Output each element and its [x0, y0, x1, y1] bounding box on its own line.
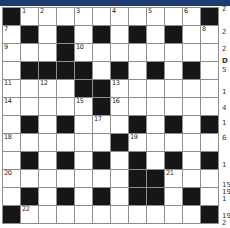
- black-cell-r3c4: [75, 62, 93, 80]
- cell-r9c10[interactable]: [183, 170, 201, 188]
- black-cell-r2c3: [57, 44, 75, 62]
- black-cell-r0c11: [201, 8, 219, 26]
- cell-r10c9[interactable]: [165, 188, 183, 206]
- cell-r7c10[interactable]: [183, 134, 201, 152]
- clue-number-22: 22: [22, 206, 29, 213]
- black-cell-r3c2: [39, 62, 57, 80]
- black-cell-r3c6: [111, 62, 129, 80]
- cell-r11c7[interactable]: [129, 206, 147, 224]
- cell-r3c5[interactable]: [93, 62, 111, 80]
- black-cell-r8c1: [21, 152, 39, 170]
- black-cell-r11c11: [201, 206, 219, 224]
- cell-r5c6[interactable]: 16: [111, 98, 129, 116]
- cell-r4c0[interactable]: 11: [3, 80, 21, 98]
- black-cell-r10c8: [147, 188, 165, 206]
- cell-r3c0[interactable]: [3, 62, 21, 80]
- cell-r8c4[interactable]: [75, 152, 93, 170]
- black-cell-r3c8: [147, 62, 165, 80]
- crossword-grid: 12345678910111213141516171819202122: [2, 7, 219, 224]
- cell-r8c0[interactable]: [3, 152, 21, 170]
- cell-r11c5[interactable]: [93, 206, 111, 224]
- clue-number-19: 19: [130, 134, 137, 141]
- cell-r10c2[interactable]: [39, 188, 57, 206]
- cell-r7c0[interactable]: 18: [3, 134, 21, 152]
- cell-r7c9[interactable]: [165, 134, 183, 152]
- cell-r11c8[interactable]: [147, 206, 165, 224]
- black-cell-r10c3: [57, 188, 75, 206]
- black-cell-r10c10: [183, 188, 201, 206]
- cell-r0c1[interactable]: 1: [21, 8, 39, 26]
- cell-r0c7[interactable]: [129, 8, 147, 26]
- cell-r5c4[interactable]: 15: [75, 98, 93, 116]
- cell-r0c2[interactable]: 2: [39, 8, 57, 26]
- cell-r2c1[interactable]: [21, 44, 39, 62]
- clue-number-5: 5: [148, 8, 152, 15]
- cell-r1c2[interactable]: [39, 26, 57, 44]
- clue-fragment-4: 5: [222, 66, 226, 74]
- cell-r8c6[interactable]: [111, 152, 129, 170]
- clue-number-8: 8: [202, 26, 206, 33]
- black-cell-r1c3: [57, 26, 75, 44]
- cell-r3c7[interactable]: [129, 62, 147, 80]
- cell-r6c2[interactable]: [39, 116, 57, 134]
- black-cell-r10c5: [93, 188, 111, 206]
- black-cell-r1c5: [93, 26, 111, 44]
- cell-r2c8[interactable]: [147, 44, 165, 62]
- cell-r5c11[interactable]: [201, 98, 219, 116]
- cell-r1c8[interactable]: [147, 26, 165, 44]
- cell-r1c0[interactable]: 7: [3, 26, 21, 44]
- cell-r2c9[interactable]: [165, 44, 183, 62]
- cell-r10c0[interactable]: [3, 188, 21, 206]
- cell-r4c3[interactable]: [57, 80, 75, 98]
- clue-number-12: 12: [40, 80, 47, 87]
- cell-r7c2[interactable]: [39, 134, 57, 152]
- top-banner: [0, 0, 230, 6]
- black-cell-r7c6: [111, 134, 129, 152]
- cell-r10c6[interactable]: [111, 188, 129, 206]
- cell-r9c5[interactable]: [93, 170, 111, 188]
- cell-r7c3[interactable]: [57, 134, 75, 152]
- clue-number-20: 20: [4, 170, 11, 177]
- cell-r9c4[interactable]: [75, 170, 93, 188]
- cell-r9c6[interactable]: [111, 170, 129, 188]
- clue-number-7: 7: [4, 26, 8, 33]
- cell-r5c7[interactable]: [129, 98, 147, 116]
- cell-r11c2[interactable]: [39, 206, 57, 224]
- cell-r5c2[interactable]: [39, 98, 57, 116]
- cell-r7c7[interactable]: 19: [129, 134, 147, 152]
- clue-fragment-1: 2: [222, 28, 226, 36]
- clue-fragment-2: 2: [222, 45, 226, 53]
- cell-r5c0[interactable]: 14: [3, 98, 21, 116]
- cell-r3c9[interactable]: [165, 62, 183, 80]
- black-cell-r3c10: [183, 62, 201, 80]
- cell-r11c10[interactable]: [183, 206, 201, 224]
- cell-r7c1[interactable]: [21, 134, 39, 152]
- black-cell-r8c9: [165, 152, 183, 170]
- clue-fragment-5: 1: [222, 88, 226, 96]
- clue-fragment-14: 2: [222, 219, 226, 227]
- cell-r7c5[interactable]: [93, 134, 111, 152]
- black-cell-r8c11: [201, 152, 219, 170]
- black-cell-r9c7: [129, 170, 147, 188]
- crossword-page: 12345678910111213141516171819202122 222D…: [0, 0, 230, 228]
- cell-r8c2[interactable]: [39, 152, 57, 170]
- cell-r2c4[interactable]: 10: [75, 44, 93, 62]
- black-cell-r6c1: [21, 116, 39, 134]
- clue-number-9: 9: [4, 44, 8, 51]
- cell-r7c4[interactable]: [75, 134, 93, 152]
- cell-r11c3[interactable]: [57, 206, 75, 224]
- clue-number-21: 21: [166, 170, 173, 177]
- black-cell-r8c7: [129, 152, 147, 170]
- clue-number-6: 6: [184, 8, 188, 15]
- black-cell-r10c7: [129, 188, 147, 206]
- clue-number-11: 11: [4, 80, 11, 87]
- cell-r6c0[interactable]: [3, 116, 21, 134]
- cell-r1c6[interactable]: [111, 26, 129, 44]
- cell-r4c8[interactable]: [147, 80, 165, 98]
- cell-r9c2[interactable]: [39, 170, 57, 188]
- cell-r0c9[interactable]: [165, 8, 183, 26]
- clue-number-1: 1: [22, 8, 26, 15]
- cell-r0c10[interactable]: 6: [183, 8, 201, 26]
- cell-r2c2[interactable]: [39, 44, 57, 62]
- cell-r4c7[interactable]: [129, 80, 147, 98]
- clue-fragment-6: 4: [222, 104, 226, 112]
- clue-number-2: 2: [40, 8, 44, 15]
- black-cell-r3c3: [57, 62, 75, 80]
- black-cell-r4c4: [75, 80, 93, 98]
- cell-r1c10[interactable]: [183, 26, 201, 44]
- cell-r11c9[interactable]: [165, 206, 183, 224]
- cell-r2c5[interactable]: [93, 44, 111, 62]
- black-cell-r6c11: [201, 116, 219, 134]
- cell-r4c2[interactable]: 12: [39, 80, 57, 98]
- black-cell-r8c3: [57, 152, 75, 170]
- cell-r9c11[interactable]: [201, 170, 219, 188]
- black-cell-r1c7: [129, 26, 147, 44]
- clue-number-3: 3: [76, 8, 80, 15]
- black-cell-r4c5: [93, 80, 111, 98]
- clue-fragment-0: 2: [222, 5, 226, 13]
- black-cell-r0c0: [3, 8, 21, 26]
- clue-fragment-7: 1: [222, 119, 226, 127]
- cell-r6c8[interactable]: [147, 116, 165, 134]
- cell-r2c10[interactable]: [183, 44, 201, 62]
- cell-r5c10[interactable]: [183, 98, 201, 116]
- cell-r11c1[interactable]: 22: [21, 206, 39, 224]
- clue-number-10: 10: [76, 44, 83, 51]
- cell-r3c11[interactable]: [201, 62, 219, 80]
- clue-fragment-8: 6: [222, 134, 226, 142]
- black-cell-r6c7: [129, 116, 147, 134]
- cell-r8c8[interactable]: [147, 152, 165, 170]
- black-cell-r3c1: [21, 62, 39, 80]
- black-cell-r6c9: [165, 116, 183, 134]
- black-cell-r1c9: [165, 26, 183, 44]
- clue-number-13: 13: [112, 80, 119, 87]
- black-cell-r8c5: [93, 152, 111, 170]
- cell-r2c7[interactable]: [129, 44, 147, 62]
- cell-r1c11[interactable]: 8: [201, 26, 219, 44]
- clue-fragment-9: 1: [222, 161, 226, 169]
- cell-r7c11[interactable]: [201, 134, 219, 152]
- clue-fragment-3: D: [222, 57, 228, 65]
- clue-fragment-12: 1: [222, 195, 226, 203]
- cell-r10c11[interactable]: [201, 188, 219, 206]
- cell-r4c10[interactable]: [183, 80, 201, 98]
- clue-number-16: 16: [112, 98, 119, 105]
- black-cell-r1c1: [21, 26, 39, 44]
- cell-r5c9[interactable]: [165, 98, 183, 116]
- cell-r6c5[interactable]: 17: [93, 116, 111, 134]
- black-cell-r6c3: [57, 116, 75, 134]
- cell-r11c6[interactable]: [111, 206, 129, 224]
- cell-r4c6[interactable]: 13: [111, 80, 129, 98]
- black-cell-r9c8: [147, 170, 165, 188]
- cell-r0c8[interactable]: 5: [147, 8, 165, 26]
- cell-r0c4[interactable]: 3: [75, 8, 93, 26]
- clue-number-17: 17: [94, 116, 101, 123]
- cell-r11c4[interactable]: [75, 206, 93, 224]
- cell-r6c10[interactable]: [183, 116, 201, 134]
- cell-r9c0[interactable]: 20: [3, 170, 21, 188]
- clue-number-4: 4: [112, 8, 116, 15]
- cell-r2c11[interactable]: [201, 44, 219, 62]
- cell-r5c3[interactable]: [57, 98, 75, 116]
- clue-number-14: 14: [4, 98, 11, 105]
- clue-number-15: 15: [76, 98, 83, 105]
- black-cell-r11c0: [3, 206, 21, 224]
- cell-r0c6[interactable]: 4: [111, 8, 129, 26]
- black-cell-r5c5: [93, 98, 111, 116]
- cell-r4c11[interactable]: [201, 80, 219, 98]
- cell-r4c9[interactable]: [165, 80, 183, 98]
- cell-r9c9[interactable]: 21: [165, 170, 183, 188]
- cell-r7c8[interactable]: [147, 134, 165, 152]
- cell-r0c5[interactable]: [93, 8, 111, 26]
- cell-r9c3[interactable]: [57, 170, 75, 188]
- black-cell-r10c1: [21, 188, 39, 206]
- cell-r6c4[interactable]: [75, 116, 93, 134]
- cell-r2c0[interactable]: 9: [3, 44, 21, 62]
- cell-r5c1[interactable]: [21, 98, 39, 116]
- cell-r6c6[interactable]: [111, 116, 129, 134]
- cell-r9c1[interactable]: [21, 170, 39, 188]
- cell-r4c1[interactable]: [21, 80, 39, 98]
- cell-r8c10[interactable]: [183, 152, 201, 170]
- cell-r2c6[interactable]: [111, 44, 129, 62]
- cell-r0c3[interactable]: [57, 8, 75, 26]
- cell-r1c4[interactable]: [75, 26, 93, 44]
- cell-r10c4[interactable]: [75, 188, 93, 206]
- cell-r5c8[interactable]: [147, 98, 165, 116]
- clue-number-18: 18: [4, 134, 11, 141]
